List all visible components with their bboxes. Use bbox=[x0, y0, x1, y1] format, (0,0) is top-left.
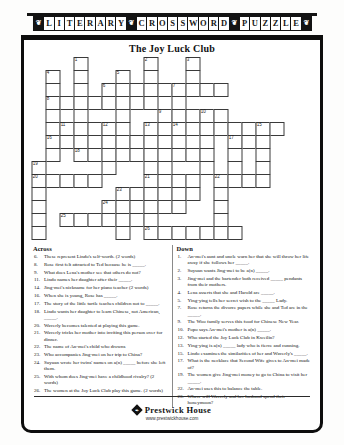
grid-cell[interactable] bbox=[74, 135, 89, 149]
grid-cell[interactable] bbox=[172, 174, 187, 188]
grid-cell[interactable] bbox=[130, 135, 145, 149]
grid-cell[interactable] bbox=[186, 226, 201, 240]
grid-cell[interactable] bbox=[60, 174, 75, 188]
grid-cell[interactable] bbox=[186, 70, 201, 84]
grid-cell[interactable] bbox=[200, 122, 215, 136]
grid-cell[interactable] bbox=[102, 96, 117, 110]
grid-cell[interactable] bbox=[186, 83, 201, 97]
grid-cell[interactable] bbox=[158, 122, 173, 136]
grid-cell[interactable] bbox=[46, 109, 61, 123]
grid-clue-number: 14 bbox=[173, 122, 178, 127]
grid-cell[interactable] bbox=[88, 135, 103, 149]
across-clue-item: 6.These represent Lindo's self-worth. (2… bbox=[33, 254, 168, 260]
grid-cell[interactable] bbox=[214, 200, 229, 214]
across-clue-list: 6.These represent Lindo's self-worth. (2… bbox=[33, 254, 168, 394]
grid-clue-number: 2 bbox=[145, 57, 148, 62]
grid-cell[interactable] bbox=[32, 200, 47, 214]
grid-cell[interactable] bbox=[130, 96, 145, 110]
down-clue-item: 13.Ying-ying is a(n) _____ lady who is f… bbox=[177, 343, 312, 349]
grid-cell[interactable] bbox=[214, 187, 229, 201]
grid-cell[interactable] bbox=[172, 226, 187, 240]
grid-cell[interactable] bbox=[158, 226, 173, 240]
grid-cell[interactable] bbox=[32, 213, 47, 227]
down-clue-item: 4.Lena asserts that she and Harold are _… bbox=[177, 290, 312, 296]
across-clue-item: 14.Jing-mei's nickname for her piano tea… bbox=[33, 285, 168, 291]
crossword-grid: 1234567891011121314151617181920212223242… bbox=[32, 57, 313, 240]
across-clue-item: 18.Lindo wants her daughter to learn Chi… bbox=[33, 309, 168, 321]
grid-cell[interactable] bbox=[74, 83, 89, 97]
grid-cell[interactable] bbox=[200, 161, 215, 175]
down-clue-item: 7.Rose returns the divorce papers while … bbox=[177, 305, 312, 317]
grid-clue-number: 5 bbox=[117, 70, 120, 75]
ornament-icon: ❦ bbox=[301, 16, 312, 31]
grid-cell[interactable] bbox=[88, 174, 103, 188]
grid-cell[interactable] bbox=[74, 70, 89, 84]
grid-cell[interactable] bbox=[186, 148, 201, 162]
grid-cell[interactable] bbox=[130, 83, 145, 97]
grid-cell[interactable] bbox=[214, 226, 229, 240]
grid-cell[interactable] bbox=[74, 213, 89, 227]
down-clue-item: 2.Suyuan wants Jing-mei to be a(n) _____… bbox=[177, 268, 312, 274]
grid-clue-number: 20 bbox=[33, 174, 38, 179]
grid-clue-number: 1 bbox=[75, 57, 78, 62]
down-clue-item: 17.What is the necklace that Second Wife… bbox=[177, 358, 312, 370]
grid-clue-number: 16 bbox=[47, 135, 52, 140]
grid-cell[interactable] bbox=[116, 109, 131, 123]
grid-cell[interactable] bbox=[144, 161, 159, 175]
grid-cell[interactable] bbox=[186, 122, 201, 136]
grid-cell[interactable] bbox=[256, 174, 271, 188]
grid-cell[interactable] bbox=[186, 109, 201, 123]
grid-cell[interactable] bbox=[74, 109, 89, 123]
grid-cell[interactable] bbox=[270, 122, 285, 136]
grid-clue-number: 21 bbox=[145, 174, 150, 179]
grid-cell[interactable] bbox=[130, 213, 145, 227]
grid-cell[interactable] bbox=[228, 148, 243, 162]
grid-cell[interactable] bbox=[214, 213, 229, 227]
grid-cell[interactable] bbox=[88, 213, 103, 227]
across-clue-item: 22.The name of An-mei's child who drowns bbox=[33, 344, 168, 350]
down-clue-item: 10.Popo says An-mei's mother is a(n) ___… bbox=[177, 327, 312, 333]
grid-cell[interactable] bbox=[116, 148, 131, 162]
down-clue-item: 3.Jing-mei and the bartender both receiv… bbox=[177, 276, 312, 288]
grid-cell[interactable] bbox=[74, 122, 89, 136]
grid-cell[interactable] bbox=[228, 226, 243, 240]
grid-cell[interactable] bbox=[242, 135, 257, 149]
grid-clue-number: 3 bbox=[187, 57, 190, 62]
across-clue-item: 8.Rose first felt attracted to Ted becau… bbox=[33, 262, 168, 268]
grid-clue-number: 13 bbox=[145, 122, 150, 127]
across-clue-item: 9.What does Lena's mother see that other… bbox=[33, 270, 168, 276]
grid-cell[interactable] bbox=[186, 187, 201, 201]
grid-cell[interactable] bbox=[158, 200, 173, 214]
grid-cell[interactable] bbox=[144, 96, 159, 110]
grid-clue-number: 11 bbox=[61, 122, 66, 127]
grid-cell[interactable] bbox=[200, 83, 215, 97]
grid-cell[interactable] bbox=[158, 174, 173, 188]
crossword-puzzle-page: ❦LITERARY❦CROSSWORD❦PUZZLE❦ The Joy Luck… bbox=[0, 0, 344, 445]
grid-cell[interactable] bbox=[228, 174, 243, 188]
grid-cell[interactable] bbox=[46, 174, 61, 188]
publisher-name: Prestwick House bbox=[145, 405, 212, 415]
down-clue-item: 1.An-mei's aunt and uncle warn her that … bbox=[177, 254, 312, 266]
grid-cell[interactable] bbox=[200, 135, 215, 149]
publisher-footer: ✒ Prestwick House www.prestwickhouse.com bbox=[24, 405, 320, 421]
grid-cell[interactable] bbox=[32, 226, 47, 240]
grid-clue-number: 10 bbox=[201, 109, 206, 114]
grid-cell[interactable] bbox=[158, 135, 173, 149]
grid-cell[interactable] bbox=[88, 96, 103, 110]
grid-clue-number: 6 bbox=[103, 83, 106, 88]
grid-cell[interactable] bbox=[256, 135, 271, 149]
across-clue-item: 24.Suyuan wrote her twins' names on a(n)… bbox=[33, 360, 168, 372]
grid-cell[interactable] bbox=[214, 83, 229, 97]
grid-cell[interactable] bbox=[144, 200, 159, 214]
grid-clue-number: 7 bbox=[173, 83, 176, 88]
grid-cell[interactable] bbox=[46, 83, 61, 97]
grid-cell[interactable] bbox=[158, 161, 173, 175]
grid-cell[interactable] bbox=[74, 174, 89, 188]
across-clue-item: 25.With whom does Jing-mei have a childh… bbox=[33, 374, 168, 386]
grid-cell[interactable] bbox=[130, 200, 145, 214]
grid-cell[interactable] bbox=[158, 83, 173, 97]
grid-cell[interactable] bbox=[144, 213, 159, 227]
grid-clue-number: 19 bbox=[33, 161, 38, 166]
across-clue-item: 20.Waverly becomes talented at playing t… bbox=[33, 323, 168, 329]
puzzle-frame: The Joy Luck Club 1234567891011121314151… bbox=[21, 35, 323, 433]
publisher-url: www.prestwickhouse.com bbox=[24, 416, 320, 421]
grid-clue-number: 22 bbox=[215, 174, 220, 179]
grid-cell[interactable] bbox=[74, 96, 89, 110]
across-clue-item: 17.The story of the little turtle teache… bbox=[33, 301, 168, 307]
grid-cell[interactable] bbox=[144, 135, 159, 149]
grid-cell[interactable] bbox=[102, 135, 117, 149]
puzzle-title: The Joy Luck Club bbox=[24, 43, 320, 54]
grid-clue-number: 26 bbox=[145, 226, 150, 231]
letter-tile-banner: ❦LITERARY❦CROSSWORD❦PUZZLE❦ bbox=[33, 16, 311, 31]
grid-clue-number: 24 bbox=[103, 200, 108, 205]
grid-cell[interactable] bbox=[214, 109, 229, 123]
grid-cell[interactable] bbox=[214, 122, 229, 136]
grid-cell[interactable] bbox=[256, 161, 271, 175]
grid-cell[interactable] bbox=[228, 161, 243, 175]
across-clue-item: 23.Who accompanies Jing-mei on her trip … bbox=[33, 352, 168, 358]
grid-cell[interactable] bbox=[158, 148, 173, 162]
grid-clue-number: 8 bbox=[47, 96, 50, 101]
prestwick-house-logo-icon: ✒ bbox=[131, 404, 142, 415]
grid-cell[interactable] bbox=[116, 213, 131, 227]
down-clue-item: 9.The Woo family serves this food for Ch… bbox=[177, 319, 312, 325]
grid-cell[interactable] bbox=[102, 148, 117, 162]
grid-cell[interactable] bbox=[172, 187, 187, 201]
grid-cell[interactable] bbox=[116, 83, 131, 97]
grid-cell[interactable] bbox=[172, 200, 187, 214]
grid-cell[interactable] bbox=[116, 96, 131, 110]
grid-cell[interactable] bbox=[172, 96, 187, 110]
down-clue-item: 5.Ying-ying tells her secret wish to the… bbox=[177, 298, 312, 304]
grid-clue-number: 15 bbox=[257, 122, 262, 127]
down-clue-item: 19.The women give Jing-mei money to go t… bbox=[177, 372, 312, 384]
grid-cell[interactable] bbox=[130, 148, 145, 162]
down-clue-item: 12.Who started the Joy Luck Club in Kwei… bbox=[177, 335, 312, 341]
grid-cell[interactable] bbox=[242, 174, 257, 188]
grid-cell[interactable] bbox=[116, 226, 131, 240]
grid-clue-number: 25 bbox=[61, 213, 66, 218]
grid-cell[interactable] bbox=[60, 96, 75, 110]
across-clue-item: 16.When she is young, Rose has _____. bbox=[33, 293, 168, 299]
footer-divider bbox=[34, 396, 310, 397]
grid-cell[interactable] bbox=[172, 148, 187, 162]
grid-cell[interactable] bbox=[186, 174, 201, 188]
grid-cell[interactable] bbox=[172, 109, 187, 123]
grid-cell[interactable] bbox=[130, 187, 145, 201]
grid-cell[interactable] bbox=[144, 187, 159, 201]
grid-cell[interactable] bbox=[158, 187, 173, 201]
grid-cell[interactable] bbox=[46, 148, 61, 162]
grid-clue-number: 12 bbox=[103, 122, 108, 127]
grid-clue-number: 23 bbox=[117, 187, 122, 192]
grid-cell[interactable] bbox=[88, 122, 103, 136]
across-heading: Across bbox=[33, 245, 168, 252]
grid-cell[interactable] bbox=[228, 122, 243, 136]
down-clue-item: 15.Lindo examines the similarities of he… bbox=[177, 351, 312, 357]
grid-cell[interactable] bbox=[200, 226, 215, 240]
grid-cell[interactable] bbox=[200, 148, 215, 162]
grid-cell[interactable] bbox=[32, 187, 47, 201]
grid-clue-number: 17 bbox=[229, 135, 234, 140]
grid-clue-number: 18 bbox=[75, 148, 80, 153]
grid-cell[interactable] bbox=[172, 135, 187, 149]
grid-cell[interactable] bbox=[144, 70, 159, 84]
grid-cell[interactable] bbox=[102, 161, 117, 175]
grid-cell[interactable] bbox=[116, 200, 131, 214]
down-clue-list: 1.An-mei's aunt and uncle warn her that … bbox=[177, 254, 312, 407]
down-clue-column: Down 1.An-mei's aunt and uncle warn her … bbox=[172, 245, 316, 408]
grid-cell[interactable] bbox=[256, 148, 271, 162]
grid-cell[interactable] bbox=[46, 122, 61, 136]
across-clue-column: Across 6.These represent Lindo's self-wo… bbox=[29, 245, 172, 408]
down-clue-item: 22.An-mei uses this to balance the table… bbox=[177, 386, 312, 392]
grid-cell[interactable] bbox=[242, 122, 257, 136]
grid-cell[interactable] bbox=[144, 148, 159, 162]
across-clue-item: 11.Lindo names her daughter after their … bbox=[33, 277, 168, 283]
grid-cell[interactable] bbox=[88, 148, 103, 162]
grid-clue-number: 4 bbox=[47, 70, 50, 75]
grid-cell[interactable] bbox=[60, 135, 75, 149]
down-heading: Down bbox=[177, 245, 312, 252]
grid-cell[interactable] bbox=[102, 213, 117, 227]
clue-section: Across 6.These represent Lindo's self-wo… bbox=[29, 245, 315, 408]
across-clue-item: 26.The women at the Joy Luck Club play t… bbox=[33, 388, 168, 394]
grid-cell[interactable] bbox=[144, 83, 159, 97]
grid-clue-number: 9 bbox=[159, 109, 162, 114]
grid-cell[interactable] bbox=[116, 122, 131, 136]
grid-cell[interactable] bbox=[116, 135, 131, 149]
across-clue-item: 21.Waverly tricks her mother into inviti… bbox=[33, 330, 168, 342]
